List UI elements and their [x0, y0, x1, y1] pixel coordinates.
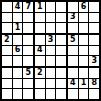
sudoku-board: 47116326345352418 — [0, 0, 101, 101]
cell-r2c9[interactable] — [89, 13, 99, 23]
cell-r4c6[interactable] — [56, 35, 66, 45]
given-digit: 8 — [91, 79, 97, 87]
given-digit: 3 — [70, 13, 76, 21]
cell-r6c3[interactable] — [23, 56, 33, 66]
cell-r4c1: 2 — [2, 35, 12, 45]
cell-r9c3[interactable] — [23, 89, 33, 99]
given-digit: 7 — [25, 3, 31, 11]
cell-r8c5[interactable] — [46, 79, 56, 89]
given-digit: 6 — [15, 46, 21, 54]
cell-r9c1[interactable] — [2, 89, 12, 99]
box-1-1: 471 — [2, 2, 33, 33]
given-digit: 2 — [4, 36, 10, 44]
box-3-2: 2 — [35, 68, 66, 99]
cell-r7c8[interactable] — [79, 68, 89, 78]
cell-r7c9[interactable] — [89, 68, 99, 78]
cell-r1c9[interactable] — [89, 2, 99, 12]
cell-r5c1[interactable] — [2, 46, 12, 56]
cell-r1c7[interactable] — [68, 2, 78, 12]
cell-r2c8[interactable] — [79, 13, 89, 23]
cell-r2c1[interactable] — [2, 13, 12, 23]
given-digit: 4 — [15, 3, 21, 11]
cell-r7c4: 2 — [35, 68, 45, 78]
box-2-2: 34 — [35, 35, 66, 66]
cell-r4c3[interactable] — [23, 35, 33, 45]
cell-r8c9: 8 — [89, 79, 99, 89]
cell-r4c7: 5 — [68, 35, 78, 45]
cell-r5c8[interactable] — [79, 46, 89, 56]
cell-r4c4[interactable] — [35, 35, 45, 45]
given-digit: 3 — [91, 57, 97, 65]
cell-r5c9[interactable] — [89, 46, 99, 56]
cell-r7c7[interactable] — [68, 68, 78, 78]
cell-r4c5: 3 — [46, 35, 56, 45]
cell-r6c8[interactable] — [79, 56, 89, 66]
cell-r8c2[interactable] — [13, 79, 23, 89]
cell-r9c8[interactable] — [79, 89, 89, 99]
cell-r3c4[interactable] — [35, 23, 45, 33]
cell-r1c8: 6 — [79, 2, 89, 12]
cell-r2c4[interactable] — [35, 13, 45, 23]
cell-r2c5[interactable] — [46, 13, 56, 23]
cell-r1c4: 1 — [35, 2, 45, 12]
given-digit: 3 — [48, 36, 54, 44]
cell-r8c4[interactable] — [35, 79, 45, 89]
cell-r4c8[interactable] — [79, 35, 89, 45]
cell-r4c9[interactable] — [89, 35, 99, 45]
cell-r8c3[interactable] — [23, 79, 33, 89]
cell-r3c6[interactable] — [56, 23, 66, 33]
cell-r8c6[interactable] — [56, 79, 66, 89]
cell-r1c1[interactable] — [2, 2, 12, 12]
cell-r2c7: 3 — [68, 13, 78, 23]
cell-r1c6[interactable] — [56, 2, 66, 12]
cell-r2c6[interactable] — [56, 13, 66, 23]
cell-r3c7[interactable] — [68, 23, 78, 33]
cell-r5c5[interactable] — [46, 46, 56, 56]
cell-r9c6[interactable] — [56, 89, 66, 99]
cell-r9c9 — [89, 89, 99, 99]
cell-r9c4[interactable] — [35, 89, 45, 99]
cell-r6c6[interactable] — [56, 56, 66, 66]
given-digit: 1 — [81, 79, 87, 87]
box-3-1: 5 — [2, 68, 33, 99]
given-digit: 2 — [37, 69, 43, 77]
cell-r8c7: 4 — [68, 79, 78, 89]
cell-r6c7[interactable] — [68, 56, 78, 66]
cell-r7c6[interactable] — [56, 68, 66, 78]
given-digit: 6 — [81, 3, 87, 11]
cell-r9c2[interactable] — [13, 89, 23, 99]
cell-r3c1[interactable] — [2, 23, 12, 33]
cell-r3c9[interactable] — [89, 23, 99, 33]
cell-r5c2: 6 — [13, 46, 23, 56]
cell-r4c2[interactable] — [13, 35, 23, 45]
cell-r8c8: 1 — [79, 79, 89, 89]
box-1-3: 63 — [68, 2, 99, 33]
given-digit: 4 — [37, 46, 43, 54]
box-3-3: 418 — [68, 68, 99, 99]
given-digit: 1 — [15, 24, 21, 32]
given-digit: 1 — [37, 3, 43, 11]
cell-r3c8[interactable] — [79, 23, 89, 33]
cell-r2c2[interactable] — [13, 13, 23, 23]
cell-r2c3[interactable] — [23, 13, 33, 23]
cell-r6c1[interactable] — [2, 56, 12, 66]
cell-r8c1[interactable] — [2, 79, 12, 89]
cell-r5c4: 4 — [35, 46, 45, 56]
given-digit: 5 — [70, 36, 76, 44]
cell-r5c6[interactable] — [56, 46, 66, 56]
box-2-3: 53 — [68, 35, 99, 66]
cell-r6c2[interactable] — [13, 56, 23, 66]
cell-r9c5[interactable] — [46, 89, 56, 99]
cell-r7c1[interactable] — [2, 68, 12, 78]
cell-r3c5[interactable] — [46, 23, 56, 33]
given-digit: 5 — [25, 69, 31, 77]
box-2-1: 26 — [2, 35, 33, 66]
box-1-2: 1 — [35, 2, 66, 33]
cell-r7c2[interactable] — [13, 68, 23, 78]
cell-r7c5[interactable] — [46, 68, 56, 78]
cell-r7c3: 5 — [23, 68, 33, 78]
cell-r1c5[interactable] — [46, 2, 56, 12]
cell-r6c4[interactable] — [35, 56, 45, 66]
cell-r9c7[interactable] — [68, 89, 78, 99]
cell-r3c3[interactable] — [23, 23, 33, 33]
cell-r1c3: 7 — [23, 2, 33, 12]
given-digit: 4 — [70, 79, 76, 87]
cell-r5c3[interactable] — [23, 46, 33, 56]
cell-r1c2: 4 — [13, 2, 23, 12]
cell-r3c2: 1 — [13, 23, 23, 33]
cell-r6c5[interactable] — [46, 56, 56, 66]
cell-r5c7[interactable] — [68, 46, 78, 56]
cell-r6c9: 3 — [89, 56, 99, 66]
